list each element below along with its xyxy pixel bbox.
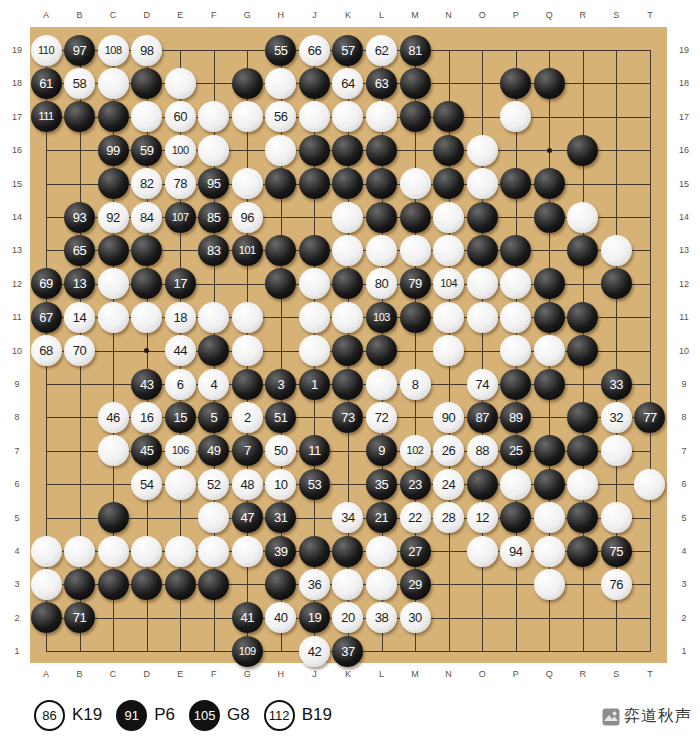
col-label-top-J: J bbox=[303, 9, 325, 21]
stone-R13 bbox=[567, 235, 598, 266]
stone-A18: 61 bbox=[31, 68, 62, 99]
move-number: 35 bbox=[375, 469, 388, 500]
stone-P13 bbox=[500, 235, 531, 266]
col-label-bottom-K: K bbox=[337, 668, 359, 680]
move-number: 102 bbox=[407, 435, 424, 466]
stone-D11 bbox=[131, 302, 162, 333]
stone-L17 bbox=[366, 101, 397, 132]
move-number: 20 bbox=[341, 602, 354, 633]
row-label-right-2: 2 bbox=[673, 612, 695, 624]
move-number: 77 bbox=[643, 402, 656, 433]
stone-P17 bbox=[500, 101, 531, 132]
stone-K2: 20 bbox=[332, 602, 363, 633]
stone-N12: 104 bbox=[433, 268, 464, 299]
stone-R4 bbox=[567, 536, 598, 567]
stone-E16: 100 bbox=[165, 135, 196, 166]
stone-B11: 14 bbox=[64, 302, 95, 333]
move-number: 56 bbox=[274, 101, 287, 132]
stone-J18 bbox=[299, 68, 330, 99]
stone-P12 bbox=[500, 268, 531, 299]
row-label-right-12: 12 bbox=[673, 278, 695, 290]
logo-text: 弈道秋声 bbox=[624, 706, 692, 727]
row-label-left-19: 19 bbox=[6, 44, 28, 56]
move-number: 40 bbox=[274, 602, 287, 633]
stone-D6: 54 bbox=[131, 469, 162, 500]
move-number: 26 bbox=[442, 435, 455, 466]
col-label-bottom-N: N bbox=[438, 668, 460, 680]
move-number: 46 bbox=[106, 402, 119, 433]
move-number: 33 bbox=[610, 369, 623, 400]
stone-L7: 9 bbox=[366, 435, 397, 466]
move-number: 68 bbox=[39, 335, 52, 366]
stone-S7 bbox=[601, 435, 632, 466]
stone-E10: 44 bbox=[165, 335, 196, 366]
stone-O8: 87 bbox=[467, 402, 498, 433]
move-number: 18 bbox=[173, 302, 186, 333]
move-number: 43 bbox=[140, 369, 153, 400]
stone-M4: 27 bbox=[400, 536, 431, 567]
col-label-top-C: C bbox=[102, 9, 124, 21]
move-number: 53 bbox=[308, 469, 321, 500]
stone-P9 bbox=[500, 369, 531, 400]
move-number: 63 bbox=[375, 68, 388, 99]
row-label-left-12: 12 bbox=[6, 278, 28, 290]
move-number: 44 bbox=[173, 335, 186, 366]
stone-H19: 55 bbox=[265, 35, 296, 66]
move-number: 95 bbox=[207, 168, 220, 199]
stone-J6: 53 bbox=[299, 469, 330, 500]
move-point-label: B19 bbox=[302, 705, 332, 725]
move-number: 70 bbox=[73, 335, 86, 366]
move-number: 101 bbox=[239, 235, 256, 266]
stone-P5 bbox=[500, 502, 531, 533]
stone-C19: 108 bbox=[98, 35, 129, 66]
stone-F3 bbox=[198, 569, 229, 600]
stone-D12 bbox=[131, 268, 162, 299]
row-label-right-15: 15 bbox=[673, 178, 695, 190]
col-label-top-B: B bbox=[69, 9, 91, 21]
move-number: 21 bbox=[375, 502, 388, 533]
stone-R16 bbox=[567, 135, 598, 166]
stone-A12: 69 bbox=[31, 268, 62, 299]
move-number: 80 bbox=[375, 268, 388, 299]
stone-G17 bbox=[232, 101, 263, 132]
stone-J1: 42 bbox=[299, 636, 330, 667]
stone-N6: 24 bbox=[433, 469, 464, 500]
col-label-bottom-O: O bbox=[471, 668, 493, 680]
stone-S12 bbox=[601, 268, 632, 299]
stone-J12 bbox=[299, 268, 330, 299]
stone-C13 bbox=[98, 235, 129, 266]
stone-R11 bbox=[567, 302, 598, 333]
row-label-right-8: 8 bbox=[673, 411, 695, 423]
stone-N13 bbox=[433, 235, 464, 266]
stone-F10 bbox=[198, 335, 229, 366]
move-number: 30 bbox=[408, 602, 421, 633]
stone-H18 bbox=[265, 68, 296, 99]
stone-M3: 29 bbox=[400, 569, 431, 600]
col-label-top-H: H bbox=[270, 9, 292, 21]
stone-M13 bbox=[400, 235, 431, 266]
stone-L4 bbox=[366, 536, 397, 567]
move-circle-black: 91 bbox=[116, 700, 147, 731]
stone-C7 bbox=[98, 435, 129, 466]
stone-B18: 58 bbox=[64, 68, 95, 99]
stone-A4 bbox=[31, 536, 62, 567]
move-number: 85 bbox=[207, 202, 220, 233]
move-number: 92 bbox=[106, 202, 119, 233]
row-label-right-14: 14 bbox=[673, 211, 695, 223]
move-number: 84 bbox=[140, 202, 153, 233]
stone-F15: 95 bbox=[198, 168, 229, 199]
row-label-right-7: 7 bbox=[673, 445, 695, 457]
stone-K9 bbox=[332, 369, 363, 400]
stone-G10 bbox=[232, 335, 263, 366]
row-label-left-10: 10 bbox=[6, 345, 28, 357]
stone-R7 bbox=[567, 435, 598, 466]
stone-G18 bbox=[232, 68, 263, 99]
move-number: 3 bbox=[277, 369, 284, 400]
stone-F16 bbox=[198, 135, 229, 166]
move-number: 64 bbox=[341, 68, 354, 99]
stone-L12: 80 bbox=[366, 268, 397, 299]
caption-entry: 105 G8 bbox=[189, 700, 250, 731]
move-number: 34 bbox=[341, 502, 354, 533]
stone-F6: 52 bbox=[198, 469, 229, 500]
stone-N15 bbox=[433, 168, 464, 199]
stone-F5 bbox=[198, 502, 229, 533]
stone-O11 bbox=[467, 302, 498, 333]
move-number: 62 bbox=[375, 35, 388, 66]
stone-L3 bbox=[366, 569, 397, 600]
stone-C11 bbox=[98, 302, 129, 333]
stone-G14: 96 bbox=[232, 202, 263, 233]
stone-H5: 31 bbox=[265, 502, 296, 533]
stone-Q10 bbox=[534, 335, 565, 366]
move-number: 98 bbox=[140, 35, 153, 66]
star-point-D10 bbox=[144, 348, 149, 353]
move-number: 58 bbox=[73, 68, 86, 99]
stone-L10 bbox=[366, 335, 397, 366]
row-label-right-3: 3 bbox=[673, 578, 695, 590]
move-number: 65 bbox=[73, 235, 86, 266]
move-number: 8 bbox=[412, 369, 419, 400]
col-label-bottom-S: S bbox=[605, 668, 627, 680]
stone-Q9 bbox=[534, 369, 565, 400]
col-label-bottom-G: G bbox=[236, 668, 258, 680]
col-label-bottom-C: C bbox=[102, 668, 124, 680]
move-number: 90 bbox=[442, 402, 455, 433]
stone-O7: 88 bbox=[467, 435, 498, 466]
move-number: 11 bbox=[308, 435, 321, 466]
stone-B3 bbox=[64, 569, 95, 600]
move-number: 39 bbox=[274, 536, 287, 567]
stone-C8: 46 bbox=[98, 402, 129, 433]
row-label-right-16: 16 bbox=[673, 144, 695, 156]
stone-E8: 15 bbox=[165, 402, 196, 433]
stone-K3 bbox=[332, 569, 363, 600]
move-number: 50 bbox=[274, 435, 287, 466]
stone-H2: 40 bbox=[265, 602, 296, 633]
move-number: 55 bbox=[274, 35, 287, 66]
stone-G7: 7 bbox=[232, 435, 263, 466]
col-label-top-P: P bbox=[505, 9, 527, 21]
stone-F17 bbox=[198, 101, 229, 132]
row-label-left-8: 8 bbox=[6, 411, 28, 423]
stone-C18 bbox=[98, 68, 129, 99]
stone-B17 bbox=[64, 101, 95, 132]
row-label-right-4: 4 bbox=[673, 545, 695, 557]
move-number: 72 bbox=[375, 402, 388, 433]
move-number: 1 bbox=[311, 369, 318, 400]
stone-R14 bbox=[567, 202, 598, 233]
stone-F7: 49 bbox=[198, 435, 229, 466]
stone-K8: 73 bbox=[332, 402, 363, 433]
caption-entry: 91 P6 bbox=[116, 700, 175, 731]
move-number: 108 bbox=[105, 35, 122, 66]
stone-S13 bbox=[601, 235, 632, 266]
stone-E17: 60 bbox=[165, 101, 196, 132]
move-circle-white: 86 bbox=[34, 700, 65, 731]
stone-J4 bbox=[299, 536, 330, 567]
move-number: 9 bbox=[378, 435, 385, 466]
stone-J16 bbox=[299, 135, 330, 166]
stone-D4 bbox=[131, 536, 162, 567]
stone-K1: 37 bbox=[332, 636, 363, 667]
col-label-bottom-D: D bbox=[136, 668, 158, 680]
stone-K14 bbox=[332, 202, 363, 233]
col-label-top-M: M bbox=[404, 9, 426, 21]
stone-G1: 109 bbox=[232, 636, 263, 667]
stone-E9: 6 bbox=[165, 369, 196, 400]
stone-K10 bbox=[332, 335, 363, 366]
stone-L15 bbox=[366, 168, 397, 199]
move-number: 32 bbox=[610, 402, 623, 433]
stone-A10: 68 bbox=[31, 335, 62, 366]
col-label-top-K: K bbox=[337, 9, 359, 21]
col-label-bottom-H: H bbox=[270, 668, 292, 680]
move-number: 111 bbox=[38, 101, 53, 132]
move-number: 42 bbox=[308, 636, 321, 667]
row-label-left-18: 18 bbox=[6, 77, 28, 89]
stone-B10: 70 bbox=[64, 335, 95, 366]
move-number: 69 bbox=[39, 268, 52, 299]
stone-F8: 5 bbox=[198, 402, 229, 433]
move-point-label: P6 bbox=[154, 705, 175, 725]
stone-G13: 101 bbox=[232, 235, 263, 266]
stone-O15 bbox=[467, 168, 498, 199]
col-label-bottom-A: A bbox=[35, 668, 57, 680]
stone-D9: 43 bbox=[131, 369, 162, 400]
col-label-top-N: N bbox=[438, 9, 460, 21]
move-number: 22 bbox=[408, 502, 421, 533]
stone-S3: 76 bbox=[601, 569, 632, 600]
stone-B4 bbox=[64, 536, 95, 567]
stone-D13 bbox=[131, 235, 162, 266]
stone-N17 bbox=[433, 101, 464, 132]
move-number: 14 bbox=[73, 302, 86, 333]
move-number: 17 bbox=[173, 268, 186, 299]
grid-line-v bbox=[650, 50, 651, 652]
stone-J11 bbox=[299, 302, 330, 333]
move-number: 31 bbox=[274, 502, 287, 533]
stone-D7: 45 bbox=[131, 435, 162, 466]
move-number: 82 bbox=[140, 168, 153, 199]
stone-C16: 99 bbox=[98, 135, 129, 166]
row-label-left-4: 4 bbox=[6, 545, 28, 557]
stone-L8: 72 bbox=[366, 402, 397, 433]
move-number: 59 bbox=[140, 135, 153, 166]
col-label-bottom-R: R bbox=[572, 668, 594, 680]
move-number: 61 bbox=[39, 68, 52, 99]
move-number: 99 bbox=[106, 135, 119, 166]
move-number: 10 bbox=[274, 469, 287, 500]
stone-E3 bbox=[165, 569, 196, 600]
stone-B13: 65 bbox=[64, 235, 95, 266]
stone-E18 bbox=[165, 68, 196, 99]
move-number: 94 bbox=[509, 536, 522, 567]
stone-D14: 84 bbox=[131, 202, 162, 233]
stone-R6 bbox=[567, 469, 598, 500]
col-label-bottom-L: L bbox=[371, 668, 393, 680]
move-number: 49 bbox=[207, 435, 220, 466]
col-label-top-R: R bbox=[572, 9, 594, 21]
caption-entry: 86 K19 bbox=[34, 700, 102, 731]
row-label-left-16: 16 bbox=[6, 144, 28, 156]
move-number: 54 bbox=[140, 469, 153, 500]
stone-F4 bbox=[198, 536, 229, 567]
stone-C12 bbox=[98, 268, 129, 299]
stone-J9: 1 bbox=[299, 369, 330, 400]
stone-N14 bbox=[433, 202, 464, 233]
row-label-right-5: 5 bbox=[673, 512, 695, 524]
move-point-label: G8 bbox=[227, 705, 250, 725]
stone-N8: 90 bbox=[433, 402, 464, 433]
stone-D15: 82 bbox=[131, 168, 162, 199]
stone-J15 bbox=[299, 168, 330, 199]
move-number: 75 bbox=[610, 536, 623, 567]
stone-K18: 64 bbox=[332, 68, 363, 99]
move-point-label: K19 bbox=[72, 705, 102, 725]
stone-K12 bbox=[332, 268, 363, 299]
stone-J2: 19 bbox=[299, 602, 330, 633]
stone-O12 bbox=[467, 268, 498, 299]
caption: 86 K19 91 P6 105 G8 112 B19 bbox=[34, 698, 332, 732]
stone-B2: 71 bbox=[64, 602, 95, 633]
col-label-top-O: O bbox=[471, 9, 493, 21]
stone-G8: 2 bbox=[232, 402, 263, 433]
stone-H8: 51 bbox=[265, 402, 296, 433]
stone-L18: 63 bbox=[366, 68, 397, 99]
row-label-right-13: 13 bbox=[673, 244, 695, 256]
stone-H3 bbox=[265, 569, 296, 600]
stone-A3 bbox=[31, 569, 62, 600]
col-label-top-F: F bbox=[203, 9, 225, 21]
stone-G5: 47 bbox=[232, 502, 263, 533]
move-number: 97 bbox=[73, 35, 86, 66]
move-number: 5 bbox=[210, 402, 217, 433]
stone-N11 bbox=[433, 302, 464, 333]
stone-P11 bbox=[500, 302, 531, 333]
stone-C5 bbox=[98, 502, 129, 533]
move-number: 74 bbox=[475, 369, 488, 400]
move-number: 109 bbox=[239, 636, 256, 667]
stone-O4 bbox=[467, 536, 498, 567]
stone-Q4 bbox=[534, 536, 565, 567]
stone-H16 bbox=[265, 135, 296, 166]
row-label-left-7: 7 bbox=[6, 445, 28, 457]
stone-E12: 17 bbox=[165, 268, 196, 299]
stone-P7: 25 bbox=[500, 435, 531, 466]
move-number: 45 bbox=[140, 435, 153, 466]
stone-L5: 21 bbox=[366, 502, 397, 533]
col-label-bottom-M: M bbox=[404, 668, 426, 680]
move-number: 60 bbox=[173, 101, 186, 132]
stone-R5 bbox=[567, 502, 598, 533]
stone-T6 bbox=[634, 469, 665, 500]
col-label-bottom-B: B bbox=[69, 668, 91, 680]
move-number: 104 bbox=[440, 268, 457, 299]
col-label-top-E: E bbox=[169, 9, 191, 21]
stone-M14 bbox=[400, 202, 431, 233]
stone-G9 bbox=[232, 369, 263, 400]
move-number: 73 bbox=[341, 402, 354, 433]
stone-F9: 4 bbox=[198, 369, 229, 400]
row-label-left-17: 17 bbox=[6, 111, 28, 123]
stone-K17 bbox=[332, 101, 363, 132]
move-number: 25 bbox=[509, 435, 522, 466]
stone-F13: 83 bbox=[198, 235, 229, 266]
stone-E15: 78 bbox=[165, 168, 196, 199]
row-label-left-11: 11 bbox=[6, 311, 28, 323]
stone-L9 bbox=[366, 369, 397, 400]
stone-M19: 81 bbox=[400, 35, 431, 66]
stone-K16 bbox=[332, 135, 363, 166]
stone-L13 bbox=[366, 235, 397, 266]
move-number: 100 bbox=[172, 135, 189, 166]
stone-J17 bbox=[299, 101, 330, 132]
stone-M2: 30 bbox=[400, 602, 431, 633]
stone-S5 bbox=[601, 502, 632, 533]
stone-N10 bbox=[433, 335, 464, 366]
stone-F14: 85 bbox=[198, 202, 229, 233]
stone-K19: 57 bbox=[332, 35, 363, 66]
stone-N7: 26 bbox=[433, 435, 464, 466]
move-number: 41 bbox=[241, 602, 254, 633]
stone-A19: 110 bbox=[31, 35, 62, 66]
stone-E14: 107 bbox=[165, 202, 196, 233]
stone-G6: 48 bbox=[232, 469, 263, 500]
move-number: 29 bbox=[408, 569, 421, 600]
stone-M15 bbox=[400, 168, 431, 199]
col-label-top-S: S bbox=[605, 9, 627, 21]
move-circle-black: 105 bbox=[189, 700, 220, 731]
row-label-right-17: 17 bbox=[673, 111, 695, 123]
stone-Q14 bbox=[534, 202, 565, 233]
move-number: 28 bbox=[442, 502, 455, 533]
stone-D8: 16 bbox=[131, 402, 162, 433]
stone-K13 bbox=[332, 235, 363, 266]
move-number: 81 bbox=[408, 35, 421, 66]
stone-L11: 103 bbox=[366, 302, 397, 333]
move-number: 19 bbox=[308, 602, 321, 633]
go-board: 1109710898556657628161586463111605699591… bbox=[30, 27, 667, 663]
stone-C17 bbox=[98, 101, 129, 132]
stone-J19: 66 bbox=[299, 35, 330, 66]
col-label-top-L: L bbox=[371, 9, 393, 21]
move-number: 107 bbox=[172, 202, 189, 233]
move-circle-white: 112 bbox=[264, 700, 295, 731]
